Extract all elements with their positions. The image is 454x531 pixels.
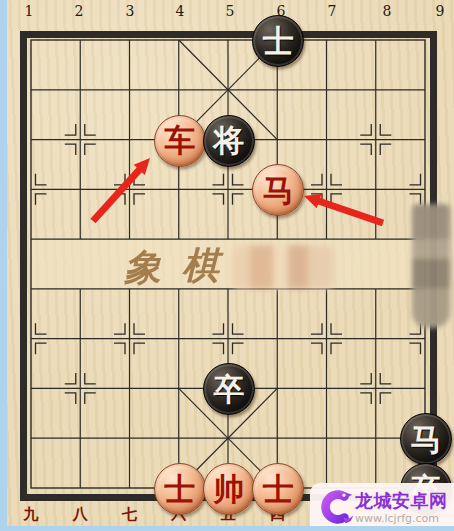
watermark-site-url[interactable]: www.lcjrfg.com (355, 512, 448, 525)
black-general[interactable]: 将 (203, 115, 255, 167)
file-number-bottom: 七 (122, 505, 137, 524)
red-chariot[interactable]: 车 (154, 115, 206, 167)
file-number-top: 5 (226, 3, 235, 19)
file-number-top: 2 (75, 3, 84, 19)
watermark-site-name: 龙城安卓网 (355, 489, 448, 513)
site-watermark[interactable]: 龙城安卓网 www.lcjrfg.com (310, 483, 454, 531)
file-number-top: 7 (328, 3, 337, 19)
file-number-top: 4 (176, 3, 185, 19)
blurred-watermark-river (232, 245, 334, 289)
red-advisor-right[interactable]: 士 (252, 463, 304, 515)
left-border-strip (0, 0, 7, 531)
river-label-qi: 棋 (182, 241, 219, 291)
red-advisor-left[interactable]: 士 (154, 463, 206, 515)
black-advisor[interactable]: 士 (252, 15, 304, 67)
file-number-bottom: 八 (73, 505, 88, 524)
screenshot-root: 123456789 九八七六五四三二一 象 棋 士车将马卒马士帅士卒 龙城安卓网… (0, 0, 454, 531)
river-label-xiang: 象 (124, 243, 161, 293)
file-number-top: 8 (383, 3, 392, 19)
red-general[interactable]: 帅 (203, 463, 255, 515)
file-number-top: 9 (436, 3, 445, 19)
dragon-logo-icon (315, 488, 353, 526)
file-number-top: 3 (126, 3, 135, 19)
black-horse[interactable]: 马 (400, 413, 452, 465)
file-number-top: 1 (25, 3, 34, 19)
blurred-watermark-right-edge (412, 204, 450, 328)
file-number-bottom: 九 (24, 505, 39, 524)
bottom-border-strip (0, 526, 454, 531)
xiangqi-board (0, 0, 454, 531)
